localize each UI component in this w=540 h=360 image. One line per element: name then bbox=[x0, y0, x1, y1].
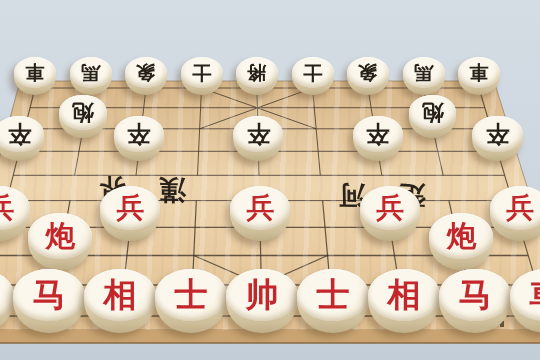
piece-face: 卒 bbox=[0, 116, 44, 153]
piece-red-elephant[interactable]: 相 bbox=[368, 269, 440, 334]
piece-character-elephant: 象 bbox=[358, 63, 377, 82]
piece-red-advisor[interactable]: 士 bbox=[297, 269, 369, 334]
piece-red-cannon[interactable]: 炮 bbox=[429, 213, 493, 271]
piece-red-horse[interactable]: 马 bbox=[439, 269, 511, 334]
piece-face: 炮 bbox=[429, 213, 493, 260]
piece-character-soldier: 兵 bbox=[116, 194, 144, 222]
piece-red-soldier[interactable]: 兵 bbox=[100, 186, 160, 240]
piece-red-advisor[interactable]: 士 bbox=[155, 269, 227, 334]
piece-character-cannon: 炮 bbox=[447, 221, 477, 251]
piece-red-soldier[interactable]: 兵 bbox=[230, 186, 290, 240]
piece-black-soldier[interactable]: 卒 bbox=[114, 116, 164, 161]
piece-red-horse[interactable]: 马 bbox=[13, 269, 85, 334]
piece-black-chariot[interactable]: 車 bbox=[458, 57, 500, 95]
piece-character-soldier: 兵 bbox=[506, 194, 534, 222]
piece-face: 相 bbox=[368, 269, 440, 321]
piece-character-soldier: 兵 bbox=[246, 194, 274, 222]
piece-face: 兵 bbox=[100, 186, 160, 230]
piece-black-elephant[interactable]: 象 bbox=[125, 57, 167, 95]
piece-face: 马 bbox=[13, 269, 85, 321]
piece-character-horse: 马 bbox=[458, 278, 491, 311]
piece-character-soldier: 卒 bbox=[486, 123, 509, 146]
piece-character-soldier: 兵 bbox=[0, 194, 14, 222]
piece-character-cannon: 炮 bbox=[422, 101, 444, 123]
piece-face: 卒 bbox=[353, 116, 403, 153]
piece-black-advisor[interactable]: 士 bbox=[292, 57, 334, 95]
piece-face: 將 bbox=[236, 57, 278, 88]
piece-black-general[interactable]: 將 bbox=[236, 57, 278, 95]
piece-red-soldier[interactable]: 兵 bbox=[360, 186, 420, 240]
piece-red-elephant[interactable]: 相 bbox=[84, 269, 156, 334]
piece-face: 帅 bbox=[226, 269, 298, 321]
piece-face: 士 bbox=[155, 269, 227, 321]
piece-black-chariot[interactable]: 車 bbox=[14, 57, 56, 95]
piece-face: 車 bbox=[14, 57, 56, 88]
piece-face: 兵 bbox=[360, 186, 420, 230]
piece-character-soldier: 卒 bbox=[247, 123, 270, 146]
piece-face: 士 bbox=[297, 269, 369, 321]
piece-character-elephant: 相 bbox=[387, 278, 420, 311]
piece-black-cannon[interactable]: 炮 bbox=[409, 95, 456, 138]
piece-character-advisor: 士 bbox=[192, 63, 211, 82]
piece-character-soldier: 卒 bbox=[8, 123, 31, 146]
piece-character-elephant: 象 bbox=[136, 63, 155, 82]
piece-face: 象 bbox=[125, 57, 167, 88]
piece-face: 象 bbox=[347, 57, 389, 88]
piece-face: 炮 bbox=[59, 95, 106, 130]
piece-black-horse[interactable]: 馬 bbox=[403, 57, 445, 95]
piece-black-elephant[interactable]: 象 bbox=[347, 57, 389, 95]
piece-face: 卒 bbox=[114, 116, 164, 153]
piece-red-general[interactable]: 帅 bbox=[226, 269, 298, 334]
piece-character-horse: 马 bbox=[32, 278, 65, 311]
piece-red-cannon[interactable]: 炮 bbox=[28, 213, 92, 271]
piece-black-soldier[interactable]: 卒 bbox=[472, 116, 522, 161]
piece-face: 卒 bbox=[472, 116, 522, 153]
piece-character-advisor: 士 bbox=[303, 63, 322, 82]
piece-face: 士 bbox=[181, 57, 223, 88]
piece-character-cannon: 炮 bbox=[45, 221, 75, 251]
piece-character-advisor: 士 bbox=[174, 278, 207, 311]
piece-face: 卒 bbox=[233, 116, 283, 153]
piece-character-cannon: 炮 bbox=[72, 101, 94, 123]
piece-face: 馬 bbox=[70, 57, 112, 88]
piece-character-chariot: 車 bbox=[469, 63, 488, 82]
piece-black-advisor[interactable]: 士 bbox=[181, 57, 223, 95]
piece-character-horse: 馬 bbox=[81, 63, 100, 82]
piece-red-soldier[interactable]: 兵 bbox=[490, 186, 540, 240]
piece-character-advisor: 士 bbox=[316, 278, 349, 311]
piece-character-horse: 馬 bbox=[414, 63, 433, 82]
piece-black-cannon[interactable]: 炮 bbox=[59, 95, 106, 138]
piece-character-general: 帅 bbox=[245, 278, 278, 311]
piece-character-chariot: 車 bbox=[529, 278, 540, 311]
piece-black-soldier[interactable]: 卒 bbox=[353, 116, 403, 161]
piece-face: 兵 bbox=[230, 186, 290, 230]
piece-face: 炮 bbox=[409, 95, 456, 130]
piece-face: 車 bbox=[458, 57, 500, 88]
xiangqi-photo-scene: 漢界 楚河 車馬象士將士象馬車炮炮卒卒卒卒卒兵兵兵兵兵炮炮車马相士帅士相马車 bbox=[0, 0, 540, 360]
piece-character-soldier: 卒 bbox=[127, 123, 150, 146]
piece-black-horse[interactable]: 馬 bbox=[70, 57, 112, 95]
piece-face: 炮 bbox=[28, 213, 92, 260]
piece-character-general: 將 bbox=[247, 63, 266, 82]
piece-character-soldier: 兵 bbox=[376, 194, 404, 222]
piece-face: 兵 bbox=[490, 186, 540, 230]
piece-character-elephant: 相 bbox=[103, 278, 136, 311]
piece-character-soldier: 卒 bbox=[366, 123, 389, 146]
piece-face: 相 bbox=[84, 269, 156, 321]
piece-face: 馬 bbox=[403, 57, 445, 88]
piece-face: 士 bbox=[292, 57, 334, 88]
piece-face: 马 bbox=[439, 269, 511, 321]
piece-character-chariot: 車 bbox=[25, 63, 44, 82]
